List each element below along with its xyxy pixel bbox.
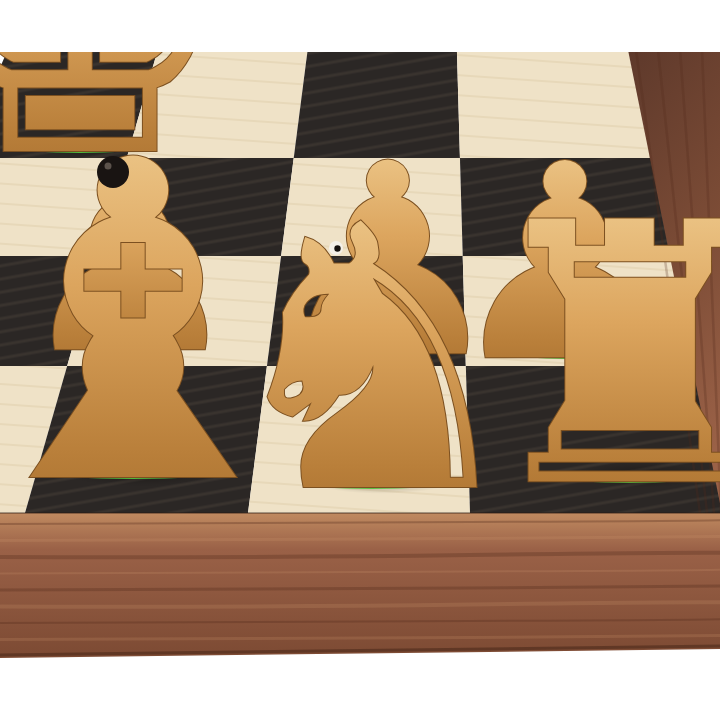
photo-margin-bottom xyxy=(0,649,720,720)
piece-rook-h1[interactable]: ♜ xyxy=(469,147,720,566)
bishop-finial-ball xyxy=(97,156,129,188)
chessboard-photo: ♚♟♟♟♝♞♜ xyxy=(0,0,720,720)
photo-margin-top xyxy=(0,0,720,52)
rook-glyph: ♜ xyxy=(469,147,720,566)
chess-photo-stage: ♚♟♟♟♝♞♜ xyxy=(0,0,720,720)
